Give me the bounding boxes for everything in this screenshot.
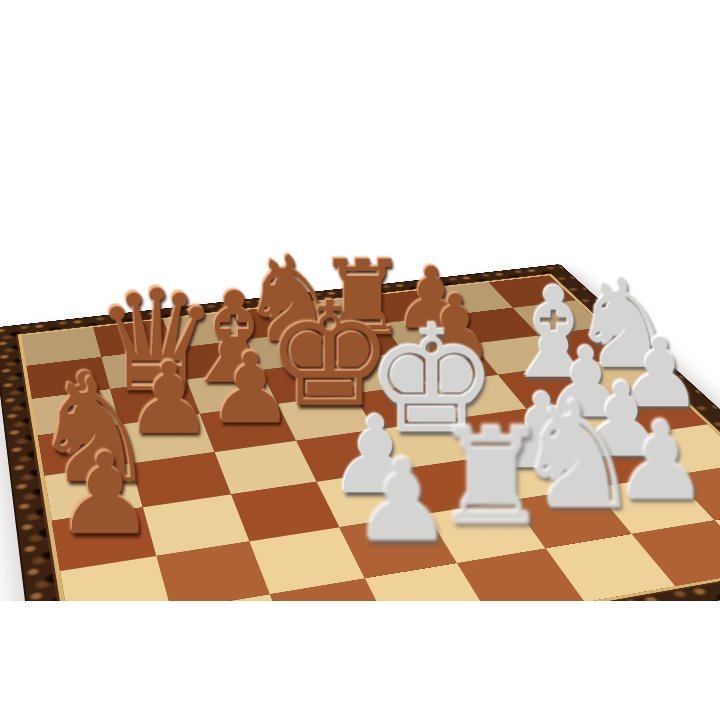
square-h4: ♟ bbox=[599, 389, 707, 435]
square-a6 bbox=[32, 389, 120, 435]
square-b7 bbox=[101, 348, 186, 389]
square-f1 bbox=[546, 534, 675, 602]
square-g2: ♟ bbox=[593, 475, 715, 534]
square-g8 bbox=[427, 282, 513, 315]
square-e6 bbox=[333, 352, 427, 394]
square-e8 bbox=[298, 297, 382, 332]
copper-pawn-piece: ♟ bbox=[415, 285, 495, 370]
copper-pawn-piece: ♟ bbox=[40, 362, 130, 458]
square-g5: ♝ bbox=[498, 366, 599, 409]
silver-pawn-piece: ♟ bbox=[617, 328, 703, 419]
square-b8 bbox=[93, 319, 174, 356]
copper-pawn-piece: ♟ bbox=[125, 352, 214, 446]
square-g1 bbox=[632, 520, 720, 586]
square-h5: ♞ bbox=[568, 357, 670, 399]
square-h7 bbox=[513, 300, 605, 335]
square-e3 bbox=[400, 458, 512, 514]
square-h2 bbox=[672, 463, 720, 520]
copper-king-piece: ♚ bbox=[265, 288, 394, 424]
silver-pawn-piece: ♟ bbox=[496, 383, 589, 481]
photo-canvas: ♞♜♟♛♝♟♟♟♟♚♝♞♞♚♟♟♟♟♟♟♟♜♞♟ bbox=[0, 0, 720, 720]
square-a7 bbox=[26, 357, 110, 399]
top-white-background bbox=[0, 0, 720, 150]
copper-knight-piece: ♞ bbox=[239, 244, 345, 357]
square-d6 bbox=[261, 361, 353, 404]
square-h3 bbox=[634, 424, 720, 475]
square-a4: ♞ bbox=[44, 464, 142, 521]
square-b4 bbox=[131, 452, 231, 507]
copper-rook-piece: ♜ bbox=[316, 250, 408, 348]
square-e2: ♜ bbox=[427, 501, 546, 564]
silver-pawn-piece: ♟ bbox=[576, 372, 667, 469]
square-h8 bbox=[489, 275, 576, 307]
square-g4: ♟ bbox=[527, 399, 634, 447]
square-d3: ♟ bbox=[317, 470, 427, 528]
square-c2 bbox=[249, 527, 365, 594]
copper-pawn-piece: ♟ bbox=[207, 342, 295, 435]
square-f6: ♟ bbox=[403, 344, 498, 384]
square-c8 bbox=[163, 312, 245, 349]
square-h6 bbox=[539, 327, 636, 365]
square-h1 bbox=[715, 507, 720, 571]
silver-knight-piece: ♞ bbox=[512, 386, 645, 527]
square-b5: ♟ bbox=[120, 414, 215, 464]
square-d8 bbox=[231, 304, 314, 340]
square-a8 bbox=[21, 327, 101, 365]
copper-knight-piece: ♞ bbox=[30, 364, 159, 500]
silver-king-piece: ♚ bbox=[365, 310, 498, 451]
copper-queen-piece: ♛ bbox=[94, 275, 220, 409]
square-e4: ♚ bbox=[375, 419, 480, 469]
square-f2: ♞ bbox=[511, 488, 632, 549]
square-a3: ♟ bbox=[52, 507, 157, 571]
square-c7 bbox=[174, 340, 260, 380]
square-g6 bbox=[472, 335, 568, 374]
square-f5 bbox=[427, 375, 527, 419]
square-c5: ♟ bbox=[200, 404, 296, 452]
silver-bishop-piece: ♝ bbox=[498, 275, 610, 394]
silver-pawn-piece: ♟ bbox=[613, 411, 710, 513]
square-e5 bbox=[353, 384, 452, 430]
square-g7 bbox=[448, 308, 539, 344]
square-f7: ♟ bbox=[382, 315, 472, 352]
square-f8 bbox=[363, 289, 448, 323]
square-a5: ♟ bbox=[38, 425, 131, 476]
square-d7: ♞ bbox=[245, 331, 333, 370]
copper-pawn-piece: ♟ bbox=[55, 442, 156, 549]
silver-pawn-piece: ♟ bbox=[328, 405, 424, 507]
silver-knight-piece: ♞ bbox=[570, 267, 681, 384]
square-g3: ♟ bbox=[558, 435, 672, 488]
square-b6: ♛ bbox=[110, 380, 200, 425]
square-d4 bbox=[296, 430, 399, 482]
square-d5: ♚ bbox=[278, 394, 376, 441]
square-e7: ♜ bbox=[315, 323, 404, 361]
square-c4 bbox=[215, 441, 317, 495]
square-f4 bbox=[452, 409, 558, 458]
copper-pawn-piece: ♟ bbox=[393, 258, 469, 339]
silver-pawn-piece: ♟ bbox=[543, 338, 630, 430]
square-c6: ♝ bbox=[186, 370, 277, 414]
square-d2: ♟ bbox=[339, 514, 457, 579]
square-c3 bbox=[231, 482, 339, 542]
square-f3: ♟ bbox=[480, 446, 593, 500]
silver-pawn-piece: ♟ bbox=[352, 448, 453, 555]
bottom-white-crop bbox=[0, 601, 720, 720]
silver-rook-piece: ♜ bbox=[432, 415, 551, 541]
copper-bishop-piece: ♝ bbox=[178, 279, 291, 399]
square-b3 bbox=[143, 494, 250, 556]
